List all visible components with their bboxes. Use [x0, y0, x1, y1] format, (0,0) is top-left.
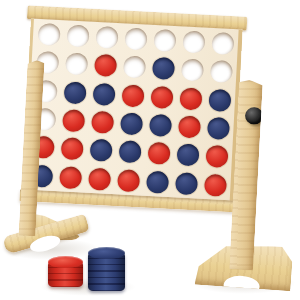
blue-disc	[152, 57, 175, 80]
cell-r4-c5	[145, 111, 175, 141]
cell-r5-c4	[115, 137, 145, 167]
red-disc	[205, 145, 228, 168]
cell-r6-c5	[142, 167, 172, 197]
empty-hole	[181, 59, 204, 82]
cell-r6-c3	[85, 164, 115, 194]
blue-disc	[64, 81, 87, 104]
cell-r2-c4	[119, 53, 149, 83]
cell-r3-c7	[204, 85, 234, 115]
blue-stack-top-disc	[88, 247, 125, 259]
empty-hole	[123, 56, 146, 79]
blue-disc	[208, 89, 231, 112]
cell-r6-c2	[56, 163, 86, 193]
blue-disc	[176, 144, 199, 167]
red-disc	[91, 111, 114, 134]
cell-r6-c7	[200, 170, 230, 200]
blue-disc-stack	[88, 252, 125, 291]
red-disc	[150, 86, 173, 109]
cell-r2-c7	[206, 57, 236, 87]
cell-r1-c2	[63, 21, 93, 51]
cell-r5-c6	[173, 140, 203, 170]
empty-hole	[211, 32, 234, 55]
empty-hole	[124, 28, 147, 51]
empty-hole	[153, 29, 176, 52]
empty-hole	[38, 23, 61, 46]
cell-r1-c7	[207, 29, 237, 59]
red-disc	[179, 87, 202, 110]
red-disc	[178, 116, 201, 139]
blue-disc	[206, 117, 229, 140]
cell-r1-c4	[121, 24, 151, 54]
board-grid	[27, 20, 238, 200]
blue-disc	[119, 141, 142, 164]
empty-hole	[209, 60, 232, 83]
tension-knob-icon	[245, 107, 264, 125]
cell-r2-c2	[62, 50, 92, 80]
red-disc	[62, 109, 85, 132]
cell-r3-c6	[176, 84, 206, 114]
cell-r1-c3	[92, 23, 122, 53]
red-disc	[94, 54, 117, 77]
empty-hole	[65, 53, 88, 76]
loose-disc-tray	[46, 244, 130, 292]
cell-r2-c5	[148, 54, 178, 84]
cell-r3-c3	[89, 79, 119, 109]
red-stack-top-disc	[48, 256, 83, 268]
cell-r1-c1	[34, 20, 64, 50]
cell-r1-c5	[150, 26, 180, 56]
blue-disc	[146, 171, 169, 194]
cell-r4-c7	[203, 114, 233, 144]
red-disc	[117, 169, 140, 192]
cell-r1-c6	[179, 27, 209, 57]
blue-disc	[175, 172, 198, 195]
cell-r2-c3	[91, 51, 121, 81]
red-disc	[121, 84, 144, 107]
red-disc-stack	[48, 261, 83, 287]
cell-r4-c3	[88, 108, 118, 138]
cell-r4-c4	[116, 109, 146, 139]
cell-r5-c7	[201, 142, 231, 172]
blue-disc	[149, 114, 172, 137]
red-disc	[203, 174, 226, 197]
product-photo	[0, 0, 300, 300]
cell-r5-c2	[57, 134, 87, 164]
cell-r4-c6	[174, 112, 204, 142]
cell-r6-c4	[113, 166, 143, 196]
blue-disc	[120, 112, 143, 135]
cell-r3-c5	[147, 82, 177, 112]
red-disc	[59, 166, 82, 189]
blue-disc	[90, 139, 113, 162]
connect-four-board	[19, 5, 245, 212]
blue-disc	[93, 83, 116, 106]
red-disc	[61, 138, 84, 161]
red-disc	[147, 142, 170, 165]
red-disc	[88, 168, 111, 191]
cell-r5-c3	[86, 136, 116, 166]
board-face	[22, 18, 243, 201]
empty-hole	[96, 26, 119, 49]
cell-r6-c6	[171, 169, 201, 199]
cell-r5-c5	[144, 139, 174, 169]
cell-r4-c2	[59, 106, 89, 136]
cell-r3-c2	[60, 78, 90, 108]
cell-r3-c4	[118, 81, 148, 111]
empty-hole	[67, 25, 90, 48]
cell-r2-c6	[177, 56, 207, 86]
empty-hole	[182, 31, 205, 54]
